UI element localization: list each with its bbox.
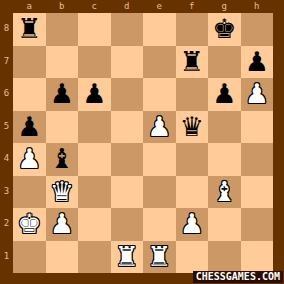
square-f4 bbox=[176, 143, 209, 176]
piece-black-rook-f7: ♜ bbox=[176, 46, 209, 79]
square-g2 bbox=[208, 208, 241, 241]
square-b6: ♟ bbox=[46, 78, 79, 111]
square-a8: ♜ bbox=[13, 13, 46, 46]
piece-white-rook-d1: ♜ bbox=[111, 241, 144, 274]
square-h8 bbox=[241, 13, 274, 46]
rank-label-7: 7 bbox=[0, 46, 13, 79]
square-e5: ♟ bbox=[143, 111, 176, 144]
file-label-e: e bbox=[143, 0, 176, 13]
square-e2 bbox=[143, 208, 176, 241]
square-h4 bbox=[241, 143, 274, 176]
square-f7: ♜ bbox=[176, 46, 209, 79]
piece-white-pawn-h6: ♟ bbox=[241, 78, 274, 111]
piece-white-pawn-e5: ♟ bbox=[143, 111, 176, 144]
square-a1 bbox=[13, 241, 46, 274]
square-d6 bbox=[111, 78, 144, 111]
square-d7 bbox=[111, 46, 144, 79]
square-f3 bbox=[176, 176, 209, 209]
square-g6: ♟ bbox=[208, 78, 241, 111]
piece-black-rook-a8: ♜ bbox=[13, 13, 46, 46]
square-f2: ♟ bbox=[176, 208, 209, 241]
piece-black-pawn-g6: ♟ bbox=[208, 78, 241, 111]
chess-board: ♜♚♜♟♟♟♟♟♟♟♛♟♝♛♝♚♟♟♜♜ bbox=[13, 13, 273, 273]
square-d4 bbox=[111, 143, 144, 176]
square-b2: ♟ bbox=[46, 208, 79, 241]
square-b7 bbox=[46, 46, 79, 79]
square-b3: ♛ bbox=[46, 176, 79, 209]
rank-label-3: 3 bbox=[0, 176, 13, 209]
square-c4 bbox=[78, 143, 111, 176]
square-f8 bbox=[176, 13, 209, 46]
rank-label-4: 4 bbox=[0, 143, 13, 176]
square-c1 bbox=[78, 241, 111, 274]
square-b1 bbox=[46, 241, 79, 274]
rank-labels: 87654321 bbox=[0, 13, 13, 273]
square-e6 bbox=[143, 78, 176, 111]
piece-white-pawn-f2: ♟ bbox=[176, 208, 209, 241]
piece-black-pawn-b6: ♟ bbox=[46, 78, 79, 111]
piece-white-bishop-g3: ♝ bbox=[208, 176, 241, 209]
square-c7 bbox=[78, 46, 111, 79]
square-e1: ♜ bbox=[143, 241, 176, 274]
square-h3 bbox=[241, 176, 274, 209]
file-label-d: d bbox=[111, 0, 144, 13]
square-a6 bbox=[13, 78, 46, 111]
rank-label-1: 1 bbox=[0, 241, 13, 274]
square-f5: ♛ bbox=[176, 111, 209, 144]
square-g1 bbox=[208, 241, 241, 274]
square-d1: ♜ bbox=[111, 241, 144, 274]
square-a4: ♟ bbox=[13, 143, 46, 176]
square-d8 bbox=[111, 13, 144, 46]
piece-black-pawn-a5: ♟ bbox=[13, 111, 46, 144]
square-h2 bbox=[241, 208, 274, 241]
rank-label-2: 2 bbox=[0, 208, 13, 241]
piece-white-queen-b3: ♛ bbox=[46, 176, 79, 209]
rank-label-5: 5 bbox=[0, 111, 13, 144]
square-a5: ♟ bbox=[13, 111, 46, 144]
square-h7: ♟ bbox=[241, 46, 274, 79]
square-a3 bbox=[13, 176, 46, 209]
rank-label-6: 6 bbox=[0, 78, 13, 111]
piece-black-king-g8: ♚ bbox=[208, 13, 241, 46]
square-e4 bbox=[143, 143, 176, 176]
piece-black-pawn-h7: ♟ bbox=[241, 46, 274, 79]
file-label-c: c bbox=[78, 0, 111, 13]
square-g3: ♝ bbox=[208, 176, 241, 209]
site-banner: CHESSGAMES.COM bbox=[193, 271, 283, 283]
file-label-b: b bbox=[46, 0, 79, 13]
piece-white-pawn-b2: ♟ bbox=[46, 208, 79, 241]
file-label-h: h bbox=[241, 0, 274, 13]
square-e7 bbox=[143, 46, 176, 79]
square-c2 bbox=[78, 208, 111, 241]
file-label-f: f bbox=[176, 0, 209, 13]
square-d2 bbox=[111, 208, 144, 241]
square-a2: ♚ bbox=[13, 208, 46, 241]
square-e8 bbox=[143, 13, 176, 46]
square-d3 bbox=[111, 176, 144, 209]
square-e3 bbox=[143, 176, 176, 209]
square-d5 bbox=[111, 111, 144, 144]
file-label-g: g bbox=[208, 0, 241, 13]
square-f1 bbox=[176, 241, 209, 274]
square-g7 bbox=[208, 46, 241, 79]
piece-white-pawn-a4: ♟ bbox=[13, 143, 46, 176]
piece-white-rook-e1: ♜ bbox=[143, 241, 176, 274]
piece-black-pawn-c6: ♟ bbox=[78, 78, 111, 111]
square-h6: ♟ bbox=[241, 78, 274, 111]
square-h5 bbox=[241, 111, 274, 144]
square-b5 bbox=[46, 111, 79, 144]
file-labels: abcdefgh bbox=[13, 0, 273, 13]
piece-black-queen-f5: ♛ bbox=[176, 111, 209, 144]
square-g8: ♚ bbox=[208, 13, 241, 46]
piece-white-king-a2: ♚ bbox=[13, 208, 46, 241]
square-c5 bbox=[78, 111, 111, 144]
square-c8 bbox=[78, 13, 111, 46]
rank-label-8: 8 bbox=[0, 13, 13, 46]
chess-diagram: abcdefgh 87654321 ♜♚♜♟♟♟♟♟♟♟♛♟♝♛♝♚♟♟♜♜ C… bbox=[0, 0, 284, 284]
square-f6 bbox=[176, 78, 209, 111]
square-b8 bbox=[46, 13, 79, 46]
square-g4 bbox=[208, 143, 241, 176]
square-c3 bbox=[78, 176, 111, 209]
square-h1 bbox=[241, 241, 274, 274]
square-b4: ♝ bbox=[46, 143, 79, 176]
square-g5 bbox=[208, 111, 241, 144]
square-a7 bbox=[13, 46, 46, 79]
file-label-a: a bbox=[13, 0, 46, 13]
square-c6: ♟ bbox=[78, 78, 111, 111]
piece-black-bishop-b4: ♝ bbox=[46, 143, 79, 176]
